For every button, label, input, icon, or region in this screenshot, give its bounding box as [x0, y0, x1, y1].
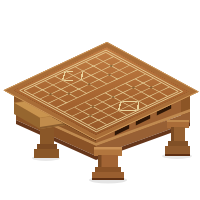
- xiangqi-table-photo: [0, 0, 200, 200]
- table-leg-front: [92, 147, 124, 180]
- table-leg-right: [165, 120, 190, 156]
